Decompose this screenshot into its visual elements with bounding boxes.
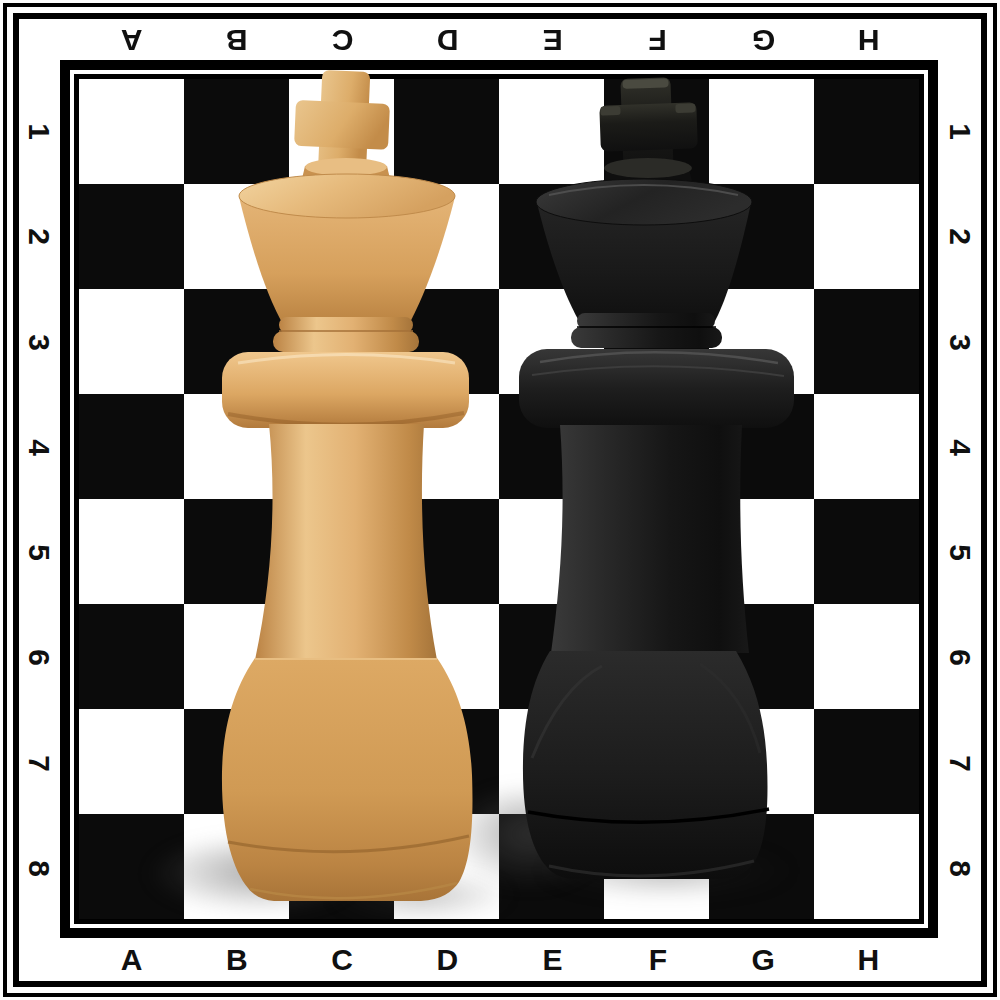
black-king-piece[interactable] [519,76,794,879]
chessboard-product-photo: { "game": "chess", "scene": "Overhead pr… [0,0,1000,1000]
pieces-layer [0,0,1000,1000]
white-king-piece[interactable] [222,69,473,901]
